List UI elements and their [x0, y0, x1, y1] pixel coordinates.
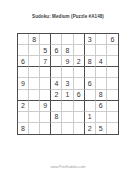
- sudoku-cell-r3c5: 9: [62, 56, 73, 67]
- sudoku-cell-r1c4: [51, 34, 62, 45]
- sudoku-cell-r6c4: 2: [51, 90, 62, 101]
- sudoku-cell-r5c6: [74, 78, 85, 89]
- sudoku-cell-r6c5: 1: [62, 90, 73, 101]
- sudoku-cell-r5c9: [107, 78, 118, 89]
- sudoku-cell-r2c7: [85, 45, 96, 56]
- sudoku-cell-r2c4: 6: [51, 45, 62, 56]
- sudoku-cell-r1c6: [74, 34, 85, 45]
- sudoku-cell-r9c7: 2: [85, 123, 96, 134]
- sudoku-cell-r4c5: [62, 67, 73, 78]
- sudoku-cell-r8c7: 1: [85, 112, 96, 123]
- sudoku-cell-r7c9: [107, 101, 118, 112]
- sudoku-cell-r8c8: [96, 112, 107, 123]
- sudoku-cell-r8c6: [74, 112, 85, 123]
- sudoku-cell-r2c2: [29, 45, 40, 56]
- sudoku-cell-r1c2: 8: [29, 34, 40, 45]
- sudoku-cell-r2c3: 5: [40, 45, 51, 56]
- printable-page: Sudoku: Medium (Puzzle #A148) 8365686792…: [0, 0, 136, 176]
- sudoku-cell-r9c4: [51, 123, 62, 134]
- sudoku-cell-r9c5: [62, 123, 73, 134]
- sudoku-cell-r8c1: [18, 112, 29, 123]
- page-title: Sudoku: Medium (Puzzle #A148): [0, 14, 136, 19]
- sudoku-cell-r6c7: [85, 90, 96, 101]
- sudoku-cell-r8c4: 8: [51, 112, 62, 123]
- sudoku-cell-r5c7: 6: [85, 78, 96, 89]
- sudoku-cell-r4c4: [51, 67, 62, 78]
- sudoku-cell-r1c3: [40, 34, 51, 45]
- sudoku-cell-r7c5: [62, 101, 73, 112]
- sudoku-cell-r7c7: [85, 101, 96, 112]
- sudoku-cell-r6c1: [18, 90, 29, 101]
- sudoku-cell-r4c1: [18, 67, 29, 78]
- sudoku-cell-r3c8: 4: [96, 56, 107, 67]
- sudoku-cell-r8c2: [29, 112, 40, 123]
- sudoku-cell-r5c2: [29, 78, 40, 89]
- sudoku-cell-r9c8: 5: [96, 123, 107, 134]
- sudoku-cell-r9c9: [107, 123, 118, 134]
- sudoku-cell-r6c8: 8: [96, 90, 107, 101]
- sudoku-cell-r4c2: [29, 67, 40, 78]
- sudoku-cell-r5c3: [40, 78, 51, 89]
- sudoku-cell-r7c6: [74, 101, 85, 112]
- sudoku-cell-r6c9: [107, 90, 118, 101]
- footer-url: www.PrintSudoku.com: [0, 165, 136, 169]
- sudoku-cell-r7c4: [51, 101, 62, 112]
- sudoku-cell-r3c7: 8: [85, 56, 96, 67]
- sudoku-cell-r4c3: [40, 67, 51, 78]
- sudoku-cell-r2c9: [107, 45, 118, 56]
- sudoku-cell-r2c8: [96, 45, 107, 56]
- sudoku-cell-r1c8: [96, 34, 107, 45]
- sudoku-cell-r1c5: [62, 34, 73, 45]
- sudoku-grid: 8365686792849436216829681825: [17, 33, 119, 135]
- sudoku-cell-r7c1: 2: [18, 101, 29, 112]
- sudoku-cell-r1c9: 6: [107, 34, 118, 45]
- sudoku-cell-r8c3: [40, 112, 51, 123]
- sudoku-cell-r7c8: 6: [96, 101, 107, 112]
- sudoku-cell-r4c7: [85, 67, 96, 78]
- sudoku-cell-r7c2: [29, 101, 40, 112]
- sudoku-cell-r6c3: [40, 90, 51, 101]
- sudoku-cell-r5c4: 4: [51, 78, 62, 89]
- sudoku-cell-r9c6: [74, 123, 85, 134]
- sudoku-cell-r3c4: [51, 56, 62, 67]
- sudoku-cell-r8c9: [107, 112, 118, 123]
- sudoku-cell-r5c1: 9: [18, 78, 29, 89]
- sudoku-cell-r9c2: [29, 123, 40, 134]
- sudoku-cell-r3c3: 7: [40, 56, 51, 67]
- sudoku-cell-r2c5: 8: [62, 45, 73, 56]
- sudoku-cell-r6c6: 6: [74, 90, 85, 101]
- sudoku-cell-r5c5: 3: [62, 78, 73, 89]
- sudoku-cell-r8c5: [62, 112, 73, 123]
- sudoku-cell-r1c7: 3: [85, 34, 96, 45]
- sudoku-cell-r4c8: [96, 67, 107, 78]
- sudoku-cell-r3c9: [107, 56, 118, 67]
- sudoku-cell-r1c1: [18, 34, 29, 45]
- sudoku-cell-r9c1: 8: [18, 123, 29, 134]
- sudoku-cell-r4c9: [107, 67, 118, 78]
- sudoku-cell-r2c6: [74, 45, 85, 56]
- sudoku-cell-r3c2: [29, 56, 40, 67]
- sudoku-cell-r4c6: [74, 67, 85, 78]
- sudoku-cell-r6c2: [29, 90, 40, 101]
- sudoku-cell-r9c3: [40, 123, 51, 134]
- sudoku-cell-r7c3: 9: [40, 101, 51, 112]
- sudoku-cell-r3c1: 6: [18, 56, 29, 67]
- sudoku-cell-r2c1: [18, 45, 29, 56]
- sudoku-cell-r5c8: [96, 78, 107, 89]
- sudoku-cell-r3c6: 2: [74, 56, 85, 67]
